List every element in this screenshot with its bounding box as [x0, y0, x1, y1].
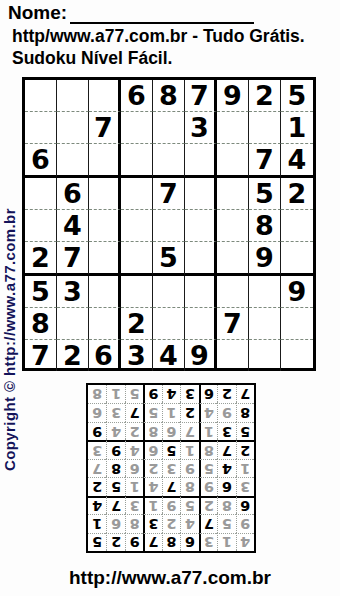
- puzzle-cell-r5c7[interactable]: [217, 210, 249, 242]
- puzzle-cell-r1c9: 5: [281, 80, 313, 112]
- solution-cell-r5c5: 3: [162, 459, 180, 477]
- solution-cell-r7c9: 9: [88, 422, 106, 440]
- solution-cell-r8c9: 6: [88, 403, 106, 421]
- puzzle-cell-r5c4[interactable]: [121, 210, 153, 242]
- solution-cell-r2c5: 2: [162, 514, 180, 532]
- puzzle-cell-r1c1[interactable]: [25, 80, 57, 112]
- puzzle-cell-r2c7[interactable]: [217, 112, 249, 144]
- solution-cell-r9c8: 1: [106, 385, 124, 403]
- puzzle-cell-r4c6[interactable]: [185, 178, 217, 210]
- puzzle-cell-r5c6[interactable]: [185, 210, 217, 242]
- solution-cell-r6c2: 7: [217, 440, 235, 458]
- puzzle-cell-r4c5: 7: [153, 178, 185, 210]
- solution-cell-r8c6: 5: [143, 403, 161, 421]
- puzzle-cell-r6c3[interactable]: [89, 242, 121, 276]
- solution-cell-r7c2: 3: [217, 422, 235, 440]
- puzzle-cell-r4c7[interactable]: [217, 178, 249, 210]
- puzzle-cell-r7c5[interactable]: [153, 276, 185, 308]
- puzzle-cell-r5c1[interactable]: [25, 210, 57, 242]
- puzzle-cell-r5c8: 8: [249, 210, 281, 242]
- solution-cell-r7c5: 6: [162, 422, 180, 440]
- puzzle-cell-r2c3: 7: [89, 112, 121, 144]
- puzzle-cell-r3c6[interactable]: [185, 144, 217, 178]
- puzzle-cell-r7c2: 3: [57, 276, 89, 308]
- solution-cell-r5c2: 4: [217, 459, 235, 477]
- puzzle-cell-r8c9[interactable]: [281, 308, 313, 340]
- site-tagline: http/www.a77.com.br - Tudo Grátis.: [12, 26, 305, 47]
- puzzle-cell-r8c2[interactable]: [57, 308, 89, 340]
- puzzle-cell-r6c6[interactable]: [185, 242, 217, 276]
- solution-cell-r1c6: 7: [143, 533, 161, 551]
- puzzle-cell-r2c5[interactable]: [153, 112, 185, 144]
- solution-cell-r2c8: 6: [106, 514, 124, 532]
- solution-cell-r7c6: 8: [143, 422, 161, 440]
- solution-cell-r8c3: 4: [199, 403, 217, 421]
- name-field-row: Nome:: [8, 2, 254, 24]
- puzzle-cell-r6c8: 9: [249, 242, 281, 276]
- puzzle-cell-r6c4[interactable]: [121, 242, 153, 276]
- puzzle-cell-r4c2: 6: [57, 178, 89, 210]
- puzzle-cell-r1c4: 6: [121, 80, 153, 112]
- solution-cell-r7c7: 2: [125, 422, 143, 440]
- solution-cell-r1c7: 9: [125, 533, 143, 551]
- puzzle-cell-r9c3: 6: [89, 340, 121, 371]
- puzzle-cell-r7c4[interactable]: [121, 276, 153, 308]
- solution-cell-r7c1: 5: [236, 422, 254, 440]
- solution-cell-r3c5: 9: [162, 496, 180, 514]
- solution-cell-r2c1: 9: [236, 514, 254, 532]
- solution-cell-r8c5: 1: [162, 403, 180, 421]
- name-label: Nome:: [8, 2, 67, 24]
- solution-cell-r6c6: 6: [143, 440, 161, 458]
- solution-cell-r6c5: 5: [162, 440, 180, 458]
- solution-cell-r3c4: 5: [180, 496, 198, 514]
- solution-cell-r4c2: 6: [217, 477, 235, 495]
- puzzle-cell-r9c6: 9: [185, 340, 217, 371]
- puzzle-cell-r2c4[interactable]: [121, 112, 153, 144]
- solution-cell-r8c1: 8: [236, 403, 254, 421]
- puzzle-cell-r8c5[interactable]: [153, 308, 185, 340]
- puzzle-cell-r1c2[interactable]: [57, 80, 89, 112]
- solution-cell-r7c8: 4: [106, 422, 124, 440]
- solution-cell-r9c9: 8: [88, 385, 106, 403]
- solution-cell-r2c3: 7: [199, 514, 217, 532]
- solution-cell-r6c4: 1: [180, 440, 198, 458]
- puzzle-cell-r6c1: 2: [25, 242, 57, 276]
- puzzle-cell-r6c9[interactable]: [281, 242, 313, 276]
- solution-cell-r5c7: 6: [125, 459, 143, 477]
- puzzle-cell-r2c6: 3: [185, 112, 217, 144]
- solution-cell-r2c9: 1: [88, 514, 106, 532]
- puzzle-cell-r4c8: 5: [249, 178, 281, 210]
- solution-cell-r3c8: 7: [106, 496, 124, 514]
- puzzle-cell-r5c5[interactable]: [153, 210, 185, 242]
- solution-cell-r4c7: 1: [125, 477, 143, 495]
- solution-cell-r4c5: 7: [162, 477, 180, 495]
- puzzle-cell-r4c3[interactable]: [89, 178, 121, 210]
- puzzle-cell-r5c2: 4: [57, 210, 89, 242]
- solution-cell-r2c7: 8: [125, 514, 143, 532]
- puzzle-cell-r3c9: 4: [281, 144, 313, 178]
- solution-cell-r7c3: 1: [199, 422, 217, 440]
- puzzle-cell-r9c2: 2: [57, 340, 89, 371]
- puzzle-cell-r1c6: 7: [185, 80, 217, 112]
- puzzle-cell-r8c1: 8: [25, 308, 57, 340]
- solution-cell-r2c2: 5: [217, 514, 235, 532]
- solution-cell-r5c4: 9: [180, 459, 198, 477]
- puzzle-cell-r4c4[interactable]: [121, 178, 153, 210]
- solution-cell-r4c4: 8: [180, 477, 198, 495]
- solution-cell-r4c9: 2: [88, 477, 106, 495]
- solution-cell-r1c4: 6: [180, 533, 198, 551]
- solution-cell-r9c7: 5: [125, 385, 143, 403]
- solution-cell-r4c6: 4: [143, 477, 161, 495]
- puzzle-cell-r8c6[interactable]: [185, 308, 217, 340]
- solution-cell-r9c2: 2: [217, 385, 235, 403]
- puzzle-cell-r3c8: 7: [249, 144, 281, 178]
- solution-cell-r5c9: 7: [88, 459, 106, 477]
- solution-cell-r6c1: 2: [236, 440, 254, 458]
- puzzle-level-title: Sudoku Nível Fácil.: [12, 48, 172, 69]
- puzzle-cell-r3c4[interactable]: [121, 144, 153, 178]
- solution-cell-r9c5: 4: [162, 385, 180, 403]
- solution-cell-r9c3: 6: [199, 385, 217, 403]
- puzzle-cell-r2c1[interactable]: [25, 112, 57, 144]
- solution-cell-r3c9: 4: [88, 496, 106, 514]
- solution-cell-r6c7: 4: [125, 440, 143, 458]
- puzzle-cell-r8c8[interactable]: [249, 308, 281, 340]
- solution-cell-r5c6: 2: [143, 459, 161, 477]
- puzzle-cell-r8c7: 7: [217, 308, 249, 340]
- puzzle-cell-r3c5[interactable]: [153, 144, 185, 178]
- solution-cell-r4c8: 5: [106, 477, 124, 495]
- solution-cell-r1c5: 8: [162, 533, 180, 551]
- puzzle-cell-r1c8: 2: [249, 80, 281, 112]
- solution-cell-r5c1: 1: [236, 459, 254, 477]
- puzzle-cell-r5c9[interactable]: [281, 210, 313, 242]
- puzzle-cell-r7c6[interactable]: [185, 276, 217, 308]
- solution-cell-r3c3: 2: [199, 496, 217, 514]
- solution-cell-r6c3: 8: [199, 440, 217, 458]
- puzzle-cell-r7c9: 9: [281, 276, 313, 308]
- puzzle-cell-r3c7[interactable]: [217, 144, 249, 178]
- puzzle-cell-r7c8[interactable]: [249, 276, 281, 308]
- puzzle-cell-r3c1: 6: [25, 144, 57, 178]
- puzzle-cell-r1c7: 9: [217, 80, 249, 112]
- solution-cell-r8c7: 7: [125, 403, 143, 421]
- puzzle-cell-r1c5: 8: [153, 80, 185, 112]
- solution-cell-r5c3: 5: [199, 459, 217, 477]
- solution-cell-r8c4: 2: [180, 403, 198, 421]
- solution-cell-r1c3: 3: [199, 533, 217, 551]
- puzzle-cell-r9c5: 4: [153, 340, 185, 371]
- solution-cell-r7c4: 7: [180, 422, 198, 440]
- solution-cell-r3c1: 6: [236, 496, 254, 514]
- solution-cell-r6c9: 3: [88, 440, 106, 458]
- solution-cell-r3c6: 1: [143, 496, 161, 514]
- puzzle-cell-r6c7[interactable]: [217, 242, 249, 276]
- puzzle-cell-r9c7[interactable]: [217, 340, 249, 371]
- solution-cell-r4c3: 9: [199, 477, 217, 495]
- puzzle-cell-r2c9: 1: [281, 112, 313, 144]
- solution-cell-r1c8: 2: [106, 533, 124, 551]
- puzzle-cell-r7c1: 5: [25, 276, 57, 308]
- solution-cell-r3c2: 8: [217, 496, 235, 514]
- puzzle-cell-r9c4: 3: [121, 340, 153, 371]
- puzzle-cell-r7c3[interactable]: [89, 276, 121, 308]
- solution-cell-r2c6: 3: [143, 514, 161, 532]
- puzzle-cell-r9c8[interactable]: [249, 340, 281, 371]
- puzzle-cell-r8c4: 2: [121, 308, 153, 340]
- puzzle-cell-r9c9[interactable]: [281, 340, 313, 371]
- solution-cell-r8c2: 9: [217, 403, 235, 421]
- solution-cell-r9c6: 9: [143, 385, 161, 403]
- solution-cell-r6c8: 9: [106, 440, 124, 458]
- puzzle-cell-r8c3[interactable]: [89, 308, 121, 340]
- puzzle-cell-r3c2[interactable]: [57, 144, 89, 178]
- puzzle-cell-r3c3[interactable]: [89, 144, 121, 178]
- puzzle-cell-r4c9: 2: [281, 178, 313, 210]
- sudoku-solution-grid: 4136879259574238616825913743698741521459…: [86, 383, 256, 553]
- puzzle-cell-r4c1[interactable]: [25, 178, 57, 210]
- puzzle-cell-r7c7[interactable]: [217, 276, 249, 308]
- solution-cell-r4c1: 3: [236, 477, 254, 495]
- puzzle-cell-r6c5: 5: [153, 242, 185, 276]
- solution-cell-r5c8: 8: [106, 459, 124, 477]
- copyright-vertical-text: Copyright © http://www.a77.com.br: [1, 157, 19, 471]
- sudoku-puzzle-grid: 6879257316746752482759539827726349: [22, 77, 316, 371]
- solution-cell-r3c7: 3: [125, 496, 143, 514]
- puzzle-cell-r6c2: 7: [57, 242, 89, 276]
- name-underline[interactable]: [70, 3, 254, 24]
- puzzle-cell-r9c1: 7: [25, 340, 57, 371]
- solution-cell-r1c9: 5: [88, 533, 106, 551]
- solution-cell-r2c4: 4: [180, 514, 198, 532]
- puzzle-cell-r1c3[interactable]: [89, 80, 121, 112]
- footer-url: http://www.a77.com.br: [0, 567, 340, 589]
- solution-cell-r1c2: 1: [217, 533, 235, 551]
- solution-cell-r8c8: 3: [106, 403, 124, 421]
- solution-cell-r9c4: 3: [180, 385, 198, 403]
- solution-cell-r1c1: 4: [236, 533, 254, 551]
- puzzle-cell-r2c2[interactable]: [57, 112, 89, 144]
- puzzle-cell-r2c8[interactable]: [249, 112, 281, 144]
- puzzle-cell-r5c3[interactable]: [89, 210, 121, 242]
- solution-cell-r9c1: 7: [236, 385, 254, 403]
